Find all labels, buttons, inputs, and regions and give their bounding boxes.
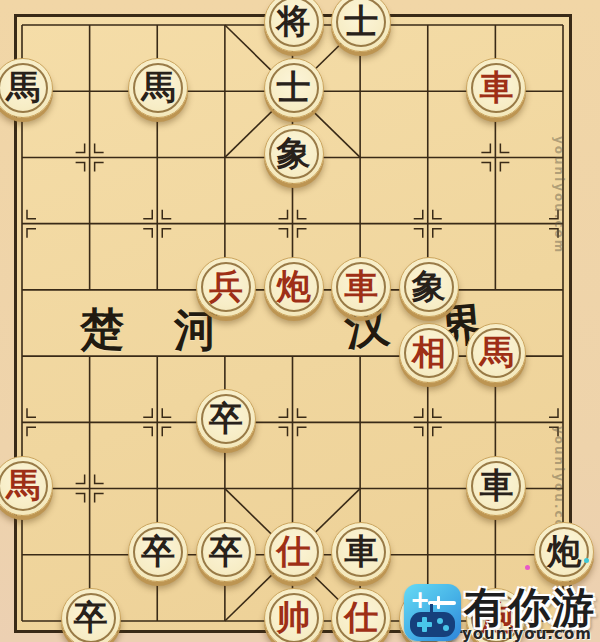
piece-glyph: 卒: [141, 534, 175, 568]
piece-red-chariot[interactable]: 車: [331, 257, 391, 317]
piece-black-soldier[interactable]: 卒: [128, 522, 188, 582]
piece-red-cannon[interactable]: 炮: [264, 257, 324, 317]
piece-glyph: 卒: [74, 600, 108, 634]
piece-glyph: 炮: [547, 534, 581, 568]
slider-tick-icon: [437, 596, 440, 609]
piece-glyph: 車: [479, 468, 513, 502]
piece-red-advisor[interactable]: 仕: [331, 588, 391, 642]
logo-domain: youniyou.com: [462, 625, 592, 642]
piece-black-chariot[interactable]: 車: [331, 522, 391, 582]
piece-black-cannon[interactable]: 炮: [534, 522, 594, 582]
piece-red-advisor[interactable]: 仕: [264, 522, 324, 582]
piece-black-advisor[interactable]: 士: [264, 58, 324, 118]
piece-glyph: 炮: [277, 269, 311, 303]
piece-black-soldier[interactable]: 卒: [61, 588, 121, 642]
gamepad-button-a: [437, 618, 443, 624]
river-label-chu: 楚: [80, 300, 124, 359]
piece-glyph: 車: [344, 269, 378, 303]
watermark-vertical-top: youniyou.com: [552, 136, 566, 286]
plus-icon: +: [410, 586, 430, 614]
piece-glyph: 馬: [6, 468, 40, 502]
piece-black-soldier[interactable]: 卒: [196, 389, 256, 449]
piece-black-chariot[interactable]: 車: [466, 456, 526, 516]
piece-glyph: 卒: [209, 534, 243, 568]
xiangqi-board-screenshot: 楚 河 汉 界 youniyou.com youniyou.com 将士馬馬士車…: [0, 0, 600, 642]
sparkle-pink-dot: [525, 565, 530, 570]
piece-glyph: 士: [344, 4, 378, 38]
piece-glyph: 車: [344, 534, 378, 568]
piece-glyph: 象: [277, 136, 311, 170]
piece-glyph: 帅: [277, 600, 311, 634]
dpad-icon-vertical: [422, 617, 427, 632]
piece-glyph: 馬: [141, 70, 175, 104]
gamepad-app-icon: +: [404, 584, 461, 641]
piece-glyph: 仕: [277, 534, 311, 568]
piece-red-general[interactable]: 帅: [264, 588, 324, 642]
piece-glyph: 相: [412, 335, 446, 369]
gamepad-button-b: [443, 625, 449, 631]
piece-glyph: 馬: [479, 335, 513, 369]
piece-black-soldier[interactable]: 卒: [196, 522, 256, 582]
piece-red-soldier[interactable]: 兵: [196, 257, 256, 317]
piece-glyph: 将: [277, 4, 311, 38]
piece-glyph: 象: [412, 269, 446, 303]
sparkle-cyan-dot: [584, 558, 589, 563]
piece-red-elephant[interactable]: 相: [399, 323, 459, 383]
gamepad-icon: [410, 612, 455, 637]
piece-glyph: 士: [277, 70, 311, 104]
piece-glyph: 車: [479, 70, 513, 104]
piece-black-elephant[interactable]: 象: [399, 257, 459, 317]
piece-glyph: 卒: [209, 401, 243, 435]
piece-black-elephant[interactable]: 象: [264, 124, 324, 184]
piece-glyph: 馬: [6, 70, 40, 104]
site-logo: + 有你游 youniyou.com: [400, 580, 600, 642]
piece-glyph: 兵: [209, 269, 243, 303]
piece-glyph: 仕: [344, 600, 378, 634]
